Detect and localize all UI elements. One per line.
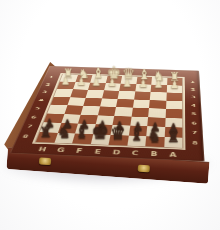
file-label-H: H [32, 146, 53, 154]
square-b7 [146, 126, 164, 136]
scene: HGFEDCBA 12345678 12345678 ♜♞♝♛♚♝♞♜♟♟♟♟♟… [0, 0, 220, 230]
file-label-A: A [163, 151, 182, 159]
rank-label-left-3: 3 [38, 88, 52, 96]
square-f8 [72, 133, 93, 144]
square-b8 [145, 136, 164, 147]
rank-label-left-6: 6 [26, 113, 41, 122]
rank-label-left-2: 2 [41, 81, 54, 89]
rank-label-right-6: 6 [188, 118, 200, 128]
square-d7 [111, 125, 130, 135]
rank-labels-right: 12345678 [188, 78, 202, 148]
file-label-E: E [88, 148, 108, 156]
rank-label-right-4: 4 [188, 101, 199, 110]
file-label-C: C [125, 149, 145, 157]
chess-set-photo: HGFEDCBA 12345678 12345678 ♜♞♝♛♚♝♞♜♟♟♟♟♟… [0, 0, 220, 230]
square-c8 [127, 135, 146, 146]
rank-label-left-8: 8 [17, 131, 33, 142]
rank-label-right-7: 7 [189, 128, 201, 138]
board-grid [36, 74, 182, 148]
square-d8 [109, 135, 129, 146]
square-a3 [166, 92, 182, 101]
square-f7 [75, 124, 95, 134]
chess-board: HGFEDCBA 12345678 12345678 ♜♞♝♛♚♝♞♜♟♟♟♟♟… [10, 66, 205, 161]
square-e8 [90, 134, 110, 145]
rank-label-left-5: 5 [30, 104, 45, 113]
rank-label-right-5: 5 [188, 110, 200, 119]
rank-label-right-8: 8 [189, 138, 202, 149]
file-label-G: G [50, 146, 71, 154]
file-label-F: F [69, 147, 90, 155]
playing-area [32, 73, 186, 150]
square-a8 [164, 137, 183, 148]
file-label-D: D [106, 149, 126, 157]
rank-label-right-3: 3 [188, 93, 199, 101]
rank-label-left-7: 7 [22, 122, 38, 132]
file-label-B: B [144, 150, 163, 158]
